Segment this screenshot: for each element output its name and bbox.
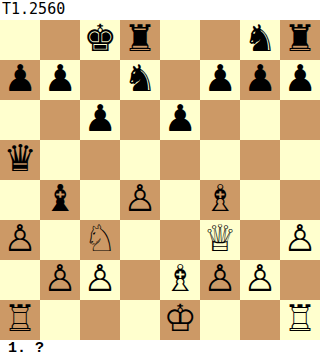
square-h5[interactable] bbox=[280, 140, 320, 180]
square-f1[interactable] bbox=[200, 300, 240, 340]
square-f2[interactable]: ♙ bbox=[200, 260, 240, 300]
square-f8[interactable] bbox=[200, 20, 240, 60]
square-g2[interactable]: ♙ bbox=[240, 260, 280, 300]
square-a5[interactable]: ♛ bbox=[0, 140, 40, 180]
white-rook-icon: ♖ bbox=[283, 300, 316, 339]
white-bishop-icon: ♗ bbox=[203, 180, 236, 219]
square-e6[interactable]: ♟ bbox=[160, 100, 200, 140]
square-g7[interactable]: ♟ bbox=[240, 60, 280, 100]
square-g1[interactable] bbox=[240, 300, 280, 340]
black-rook-icon: ♜ bbox=[283, 20, 316, 59]
square-d2[interactable] bbox=[120, 260, 160, 300]
square-g5[interactable] bbox=[240, 140, 280, 180]
square-f3[interactable]: ♕ bbox=[200, 220, 240, 260]
square-g4[interactable] bbox=[240, 180, 280, 220]
square-a4[interactable] bbox=[0, 180, 40, 220]
black-pawn-icon: ♟ bbox=[283, 60, 316, 99]
white-king-icon: ♔ bbox=[163, 300, 196, 339]
white-pawn-icon: ♙ bbox=[3, 220, 36, 259]
square-a1[interactable]: ♖ bbox=[0, 300, 40, 340]
white-bishop-icon: ♗ bbox=[163, 260, 196, 299]
square-c2[interactable]: ♙ bbox=[80, 260, 120, 300]
square-f5[interactable] bbox=[200, 140, 240, 180]
square-h8[interactable]: ♜ bbox=[280, 20, 320, 60]
white-rook-icon: ♖ bbox=[3, 300, 36, 339]
square-b6[interactable] bbox=[40, 100, 80, 140]
black-knight-icon: ♞ bbox=[243, 20, 276, 59]
square-b1[interactable] bbox=[40, 300, 80, 340]
black-pawn-icon: ♟ bbox=[43, 60, 76, 99]
square-d8[interactable]: ♜ bbox=[120, 20, 160, 60]
square-f7[interactable]: ♟ bbox=[200, 60, 240, 100]
square-e2[interactable]: ♗ bbox=[160, 260, 200, 300]
black-pawn-icon: ♟ bbox=[163, 100, 196, 139]
black-knight-icon: ♞ bbox=[123, 60, 156, 99]
square-b4[interactable]: ♝ bbox=[40, 180, 80, 220]
square-c7[interactable] bbox=[80, 60, 120, 100]
black-queen-icon: ♛ bbox=[3, 140, 36, 179]
square-h3[interactable]: ♙ bbox=[280, 220, 320, 260]
square-d5[interactable] bbox=[120, 140, 160, 180]
square-h2[interactable] bbox=[280, 260, 320, 300]
black-king-icon: ♚ bbox=[83, 20, 116, 59]
square-e1[interactable]: ♔ bbox=[160, 300, 200, 340]
move-prompt: 1. ? bbox=[0, 340, 320, 360]
square-a6[interactable] bbox=[0, 100, 40, 140]
square-e7[interactable] bbox=[160, 60, 200, 100]
square-c3[interactable]: ♘ bbox=[80, 220, 120, 260]
square-b2[interactable]: ♙ bbox=[40, 260, 80, 300]
square-e3[interactable] bbox=[160, 220, 200, 260]
square-g6[interactable] bbox=[240, 100, 280, 140]
white-pawn-icon: ♙ bbox=[243, 260, 276, 299]
black-pawn-icon: ♟ bbox=[203, 60, 236, 99]
square-f4[interactable]: ♗ bbox=[200, 180, 240, 220]
square-b7[interactable]: ♟ bbox=[40, 60, 80, 100]
chess-app-window: T1.2560 ♚♜♞♜♟♟♞♟♟♟♟♟♛♝♙♗♙♘♕♙♙♙♗♙♙♖♔♖ 1. … bbox=[0, 0, 320, 360]
square-a8[interactable] bbox=[0, 20, 40, 60]
square-e5[interactable] bbox=[160, 140, 200, 180]
square-d1[interactable] bbox=[120, 300, 160, 340]
square-b5[interactable] bbox=[40, 140, 80, 180]
square-f6[interactable] bbox=[200, 100, 240, 140]
square-a7[interactable]: ♟ bbox=[0, 60, 40, 100]
square-c1[interactable] bbox=[80, 300, 120, 340]
square-a3[interactable]: ♙ bbox=[0, 220, 40, 260]
chess-board: ♚♜♞♜♟♟♞♟♟♟♟♟♛♝♙♗♙♘♕♙♙♙♗♙♙♖♔♖ bbox=[0, 20, 320, 340]
square-h4[interactable] bbox=[280, 180, 320, 220]
square-g3[interactable] bbox=[240, 220, 280, 260]
black-pawn-icon: ♟ bbox=[83, 100, 116, 139]
square-e8[interactable] bbox=[160, 20, 200, 60]
square-e4[interactable] bbox=[160, 180, 200, 220]
white-pawn-icon: ♙ bbox=[83, 260, 116, 299]
puzzle-title: T1.2560 bbox=[0, 0, 320, 20]
square-b8[interactable] bbox=[40, 20, 80, 60]
white-pawn-icon: ♙ bbox=[43, 260, 76, 299]
square-d7[interactable]: ♞ bbox=[120, 60, 160, 100]
square-d4[interactable]: ♙ bbox=[120, 180, 160, 220]
black-bishop-icon: ♝ bbox=[43, 180, 76, 219]
square-g8[interactable]: ♞ bbox=[240, 20, 280, 60]
square-b3[interactable] bbox=[40, 220, 80, 260]
square-a2[interactable] bbox=[0, 260, 40, 300]
black-pawn-icon: ♟ bbox=[243, 60, 276, 99]
square-c4[interactable] bbox=[80, 180, 120, 220]
square-c6[interactable]: ♟ bbox=[80, 100, 120, 140]
square-c8[interactable]: ♚ bbox=[80, 20, 120, 60]
white-queen-icon: ♕ bbox=[203, 220, 236, 259]
square-d3[interactable] bbox=[120, 220, 160, 260]
square-d6[interactable] bbox=[120, 100, 160, 140]
black-rook-icon: ♜ bbox=[123, 20, 156, 59]
square-h1[interactable]: ♖ bbox=[280, 300, 320, 340]
black-pawn-icon: ♟ bbox=[3, 60, 36, 99]
square-h7[interactable]: ♟ bbox=[280, 60, 320, 100]
square-c5[interactable] bbox=[80, 140, 120, 180]
square-h6[interactable] bbox=[280, 100, 320, 140]
white-pawn-icon: ♙ bbox=[203, 260, 236, 299]
white-pawn-icon: ♙ bbox=[283, 220, 316, 259]
white-knight-icon: ♘ bbox=[83, 220, 116, 259]
white-pawn-icon: ♙ bbox=[123, 180, 156, 219]
